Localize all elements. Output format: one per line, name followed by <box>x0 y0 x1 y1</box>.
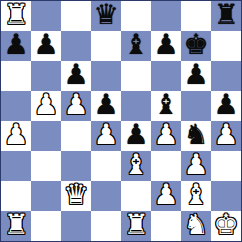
square-e5[interactable] <box>121 91 151 121</box>
black-pawn[interactable]: ♟ <box>93 91 118 120</box>
square-h2[interactable] <box>211 181 241 211</box>
square-h5[interactable]: ♟ <box>211 91 241 121</box>
square-f1[interactable] <box>151 211 181 241</box>
white-king[interactable]: ♚ <box>213 211 238 240</box>
square-d5[interactable]: ♟ <box>91 91 121 121</box>
square-a6[interactable] <box>1 61 31 91</box>
square-c5[interactable]: ♟ <box>61 91 91 121</box>
square-a2[interactable] <box>1 181 31 211</box>
square-c2[interactable]: ♛ <box>61 181 91 211</box>
square-d7[interactable] <box>91 31 121 61</box>
square-a5[interactable] <box>1 91 31 121</box>
square-d8[interactable]: ♛ <box>91 1 121 31</box>
square-h8[interactable]: ♜ <box>211 1 241 31</box>
black-queen[interactable]: ♛ <box>93 1 118 30</box>
black-pawn[interactable]: ♟ <box>183 61 208 90</box>
square-g3[interactable]: ♟ <box>181 151 211 181</box>
black-pawn[interactable]: ♟ <box>63 61 88 90</box>
white-pawn[interactable]: ♟ <box>213 121 238 150</box>
white-rook[interactable]: ♜ <box>123 211 148 240</box>
square-g6[interactable]: ♟ <box>181 61 211 91</box>
square-h6[interactable] <box>211 61 241 91</box>
white-pawn[interactable]: ♟ <box>33 91 58 120</box>
square-e7[interactable]: ♝ <box>121 31 151 61</box>
black-pawn[interactable]: ♟ <box>123 121 148 150</box>
square-d6[interactable] <box>91 61 121 91</box>
square-g4[interactable]: ♞ <box>181 121 211 151</box>
square-c3[interactable] <box>61 151 91 181</box>
square-b8[interactable] <box>31 1 61 31</box>
square-g8[interactable] <box>181 1 211 31</box>
black-pawn[interactable]: ♟ <box>3 31 28 60</box>
square-c1[interactable] <box>61 211 91 241</box>
black-king[interactable]: ♚ <box>183 31 208 60</box>
black-pawn[interactable]: ♟ <box>33 31 58 60</box>
square-b5[interactable]: ♟ <box>31 91 61 121</box>
white-rook[interactable]: ♜ <box>3 1 28 30</box>
white-pawn[interactable]: ♟ <box>63 91 88 120</box>
black-rook[interactable]: ♜ <box>213 1 238 30</box>
square-g1[interactable]: ♞ <box>181 211 211 241</box>
square-h1[interactable]: ♚ <box>211 211 241 241</box>
square-a4[interactable]: ♟ <box>1 121 31 151</box>
square-c6[interactable]: ♟ <box>61 61 91 91</box>
square-e6[interactable] <box>121 61 151 91</box>
white-pawn[interactable]: ♟ <box>3 121 28 150</box>
white-bishop[interactable]: ♝ <box>123 151 148 180</box>
square-f4[interactable]: ♟ <box>151 121 181 151</box>
white-pawn[interactable]: ♟ <box>153 181 178 210</box>
white-pawn[interactable]: ♟ <box>93 121 118 150</box>
square-e4[interactable]: ♟ <box>121 121 151 151</box>
square-f8[interactable] <box>151 1 181 31</box>
square-f7[interactable]: ♟ <box>151 31 181 61</box>
square-d3[interactable] <box>91 151 121 181</box>
black-bishop[interactable]: ♝ <box>123 31 148 60</box>
white-queen[interactable]: ♛ <box>63 181 88 210</box>
square-h7[interactable] <box>211 31 241 61</box>
square-a1[interactable]: ♜ <box>1 211 31 241</box>
square-g2[interactable]: ♝ <box>181 181 211 211</box>
square-a7[interactable]: ♟ <box>1 31 31 61</box>
square-e3[interactable]: ♝ <box>121 151 151 181</box>
board-grid: ♜♛♜♟♟♝♟♚♟♟♟♟♟♝♟♟♟♟♟♞♟♝♟♛♟♝♜♜♞♚ <box>1 1 241 241</box>
square-d2[interactable] <box>91 181 121 211</box>
white-pawn[interactable]: ♟ <box>183 151 208 180</box>
black-knight[interactable]: ♞ <box>183 121 208 150</box>
square-c7[interactable] <box>61 31 91 61</box>
black-bishop[interactable]: ♝ <box>153 91 178 120</box>
square-b1[interactable] <box>31 211 61 241</box>
black-pawn[interactable]: ♟ <box>153 31 178 60</box>
square-a3[interactable] <box>1 151 31 181</box>
square-h4[interactable]: ♟ <box>211 121 241 151</box>
square-d4[interactable]: ♟ <box>91 121 121 151</box>
black-pawn[interactable]: ♟ <box>213 91 238 120</box>
chess-board: ♜♛♜♟♟♝♟♚♟♟♟♟♟♝♟♟♟♟♟♞♟♝♟♛♟♝♜♜♞♚ <box>0 0 242 242</box>
square-c8[interactable] <box>61 1 91 31</box>
white-knight[interactable]: ♞ <box>183 211 208 240</box>
square-e8[interactable] <box>121 1 151 31</box>
square-d1[interactable] <box>91 211 121 241</box>
square-f2[interactable]: ♟ <box>151 181 181 211</box>
square-f3[interactable] <box>151 151 181 181</box>
square-e2[interactable] <box>121 181 151 211</box>
square-f6[interactable] <box>151 61 181 91</box>
white-rook[interactable]: ♜ <box>3 211 28 240</box>
square-b3[interactable] <box>31 151 61 181</box>
square-b7[interactable]: ♟ <box>31 31 61 61</box>
square-g7[interactable]: ♚ <box>181 31 211 61</box>
square-b2[interactable] <box>31 181 61 211</box>
square-b6[interactable] <box>31 61 61 91</box>
square-a8[interactable]: ♜ <box>1 1 31 31</box>
square-e1[interactable]: ♜ <box>121 211 151 241</box>
square-c4[interactable] <box>61 121 91 151</box>
white-pawn[interactable]: ♟ <box>153 121 178 150</box>
square-g5[interactable] <box>181 91 211 121</box>
square-b4[interactable] <box>31 121 61 151</box>
square-h3[interactable] <box>211 151 241 181</box>
white-bishop[interactable]: ♝ <box>183 181 208 210</box>
square-f5[interactable]: ♝ <box>151 91 181 121</box>
